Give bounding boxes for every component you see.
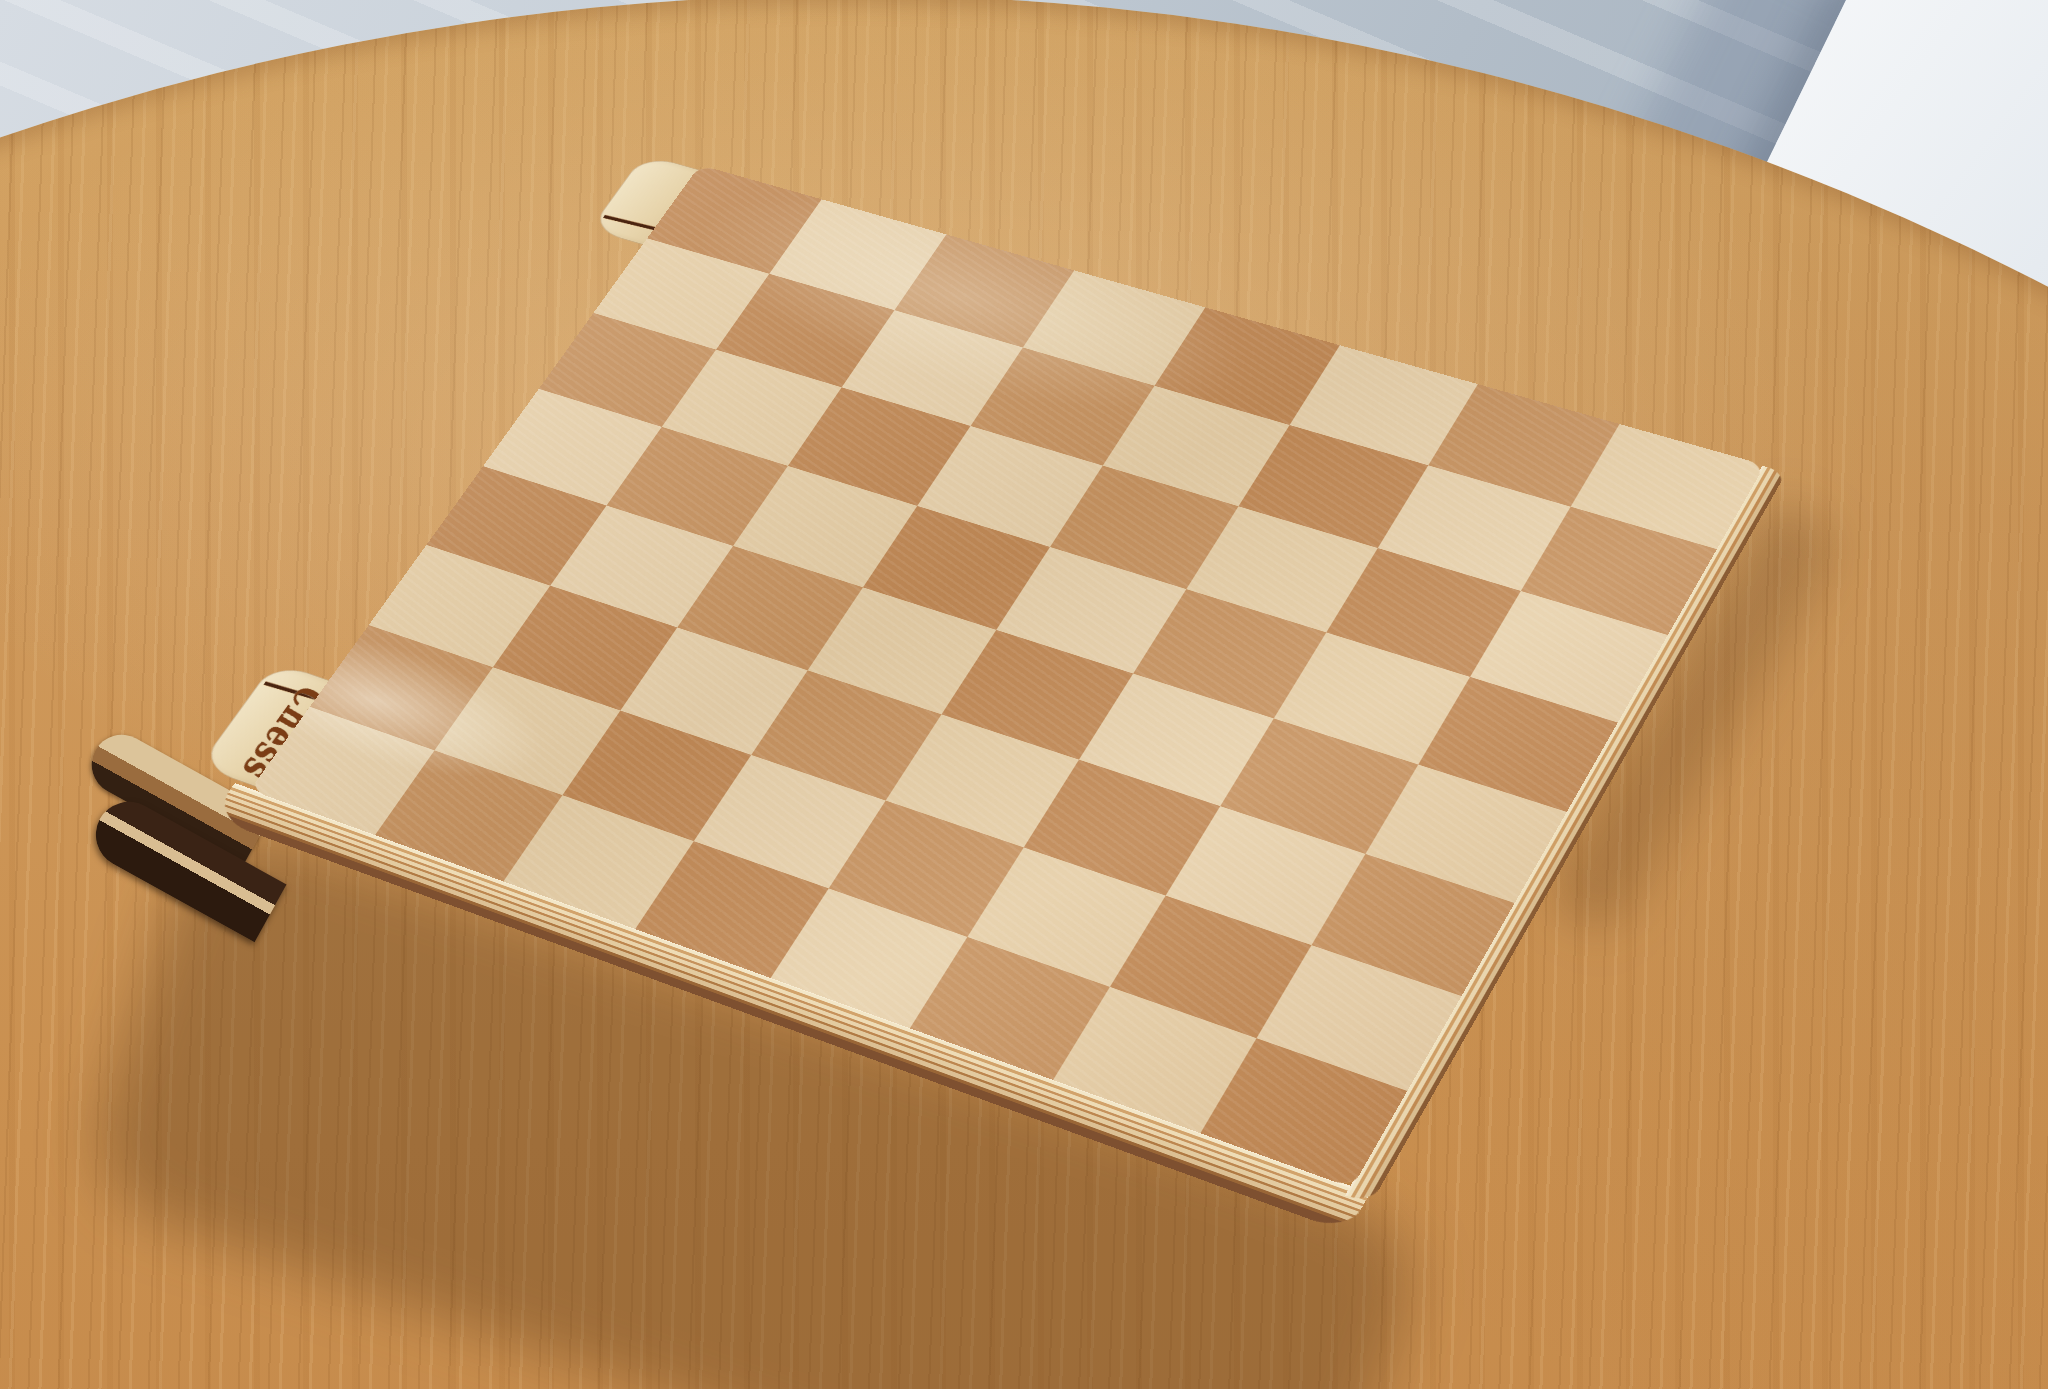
photo-scene: Chess [0, 0, 2048, 1389]
tab-slot-cut [603, 215, 657, 230]
